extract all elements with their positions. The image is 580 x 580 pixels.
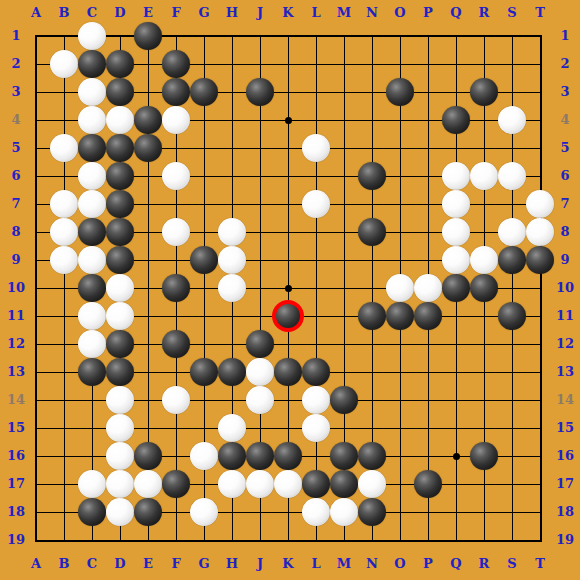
stone-black-D6[interactable] — [106, 162, 134, 190]
row-label-right-15: 15 — [551, 421, 579, 435]
stone-black-P17[interactable] — [414, 470, 442, 498]
stone-white-L5[interactable] — [302, 134, 330, 162]
grid-hline — [36, 540, 541, 542]
stone-black-F2[interactable] — [162, 50, 190, 78]
stone-black-C2[interactable] — [78, 50, 106, 78]
stone-black-F3[interactable] — [162, 78, 190, 106]
stone-black-E16[interactable] — [134, 442, 162, 470]
row-label-right-7: 7 — [551, 197, 579, 211]
stone-white-S4[interactable] — [498, 106, 526, 134]
stone-black-F17[interactable] — [162, 470, 190, 498]
stone-white-L7[interactable] — [302, 190, 330, 218]
stone-white-D4[interactable] — [106, 106, 134, 134]
stone-white-C4[interactable] — [78, 106, 106, 134]
stone-white-P10[interactable] — [414, 274, 442, 302]
stone-black-C18[interactable] — [78, 498, 106, 526]
stone-black-H16[interactable] — [218, 442, 246, 470]
row-label-left-11: 11 — [2, 309, 30, 323]
stone-black-Q4[interactable] — [442, 106, 470, 134]
column-label-top-R: R — [473, 6, 495, 20]
stone-black-D9[interactable] — [106, 246, 134, 274]
column-label-top-Q: Q — [445, 6, 467, 20]
grid-vline — [316, 35, 317, 542]
column-label-top-G: G — [193, 6, 215, 20]
column-label-top-P: P — [417, 6, 439, 20]
column-label-bottom-C: C — [81, 557, 103, 571]
stone-black-K13[interactable] — [274, 358, 302, 386]
stone-white-D14[interactable] — [106, 386, 134, 414]
row-label-left-6: 6 — [2, 169, 30, 183]
stone-black-T9[interactable] — [526, 246, 554, 274]
stone-black-E18[interactable] — [134, 498, 162, 526]
row-label-right-11: 11 — [551, 309, 579, 323]
row-label-right-4: 4 — [551, 113, 579, 127]
stone-white-O10[interactable] — [386, 274, 414, 302]
row-label-right-8: 8 — [551, 225, 579, 239]
column-label-bottom-B: B — [53, 557, 75, 571]
last-move-marker — [272, 300, 304, 332]
stone-white-C17[interactable] — [78, 470, 106, 498]
stone-white-F14[interactable] — [162, 386, 190, 414]
row-label-left-19: 19 — [2, 533, 30, 547]
stone-black-C5[interactable] — [78, 134, 106, 162]
row-label-left-2: 2 — [2, 57, 30, 71]
column-label-top-O: O — [389, 6, 411, 20]
row-label-left-15: 15 — [2, 421, 30, 435]
stone-black-F12[interactable] — [162, 330, 190, 358]
row-label-left-17: 17 — [2, 477, 30, 491]
column-label-top-E: E — [137, 6, 159, 20]
stone-white-L14[interactable] — [302, 386, 330, 414]
row-label-right-10: 10 — [551, 281, 579, 295]
column-label-bottom-P: P — [417, 557, 439, 571]
stone-black-N8[interactable] — [358, 218, 386, 246]
stone-black-O11[interactable] — [386, 302, 414, 330]
row-label-left-8: 8 — [2, 225, 30, 239]
stone-white-C6[interactable] — [78, 162, 106, 190]
stone-black-D13[interactable] — [106, 358, 134, 386]
row-label-right-14: 14 — [551, 393, 579, 407]
row-label-left-16: 16 — [2, 449, 30, 463]
column-label-bottom-R: R — [473, 557, 495, 571]
stone-white-N17[interactable] — [358, 470, 386, 498]
stone-white-D15[interactable] — [106, 414, 134, 442]
stone-white-M18[interactable] — [330, 498, 358, 526]
stone-white-B9[interactable] — [50, 246, 78, 274]
stone-black-N6[interactable] — [358, 162, 386, 190]
stone-white-R6[interactable] — [470, 162, 498, 190]
stone-white-K17[interactable] — [274, 470, 302, 498]
go-board[interactable]: AABBCCDDEEFFGGHHJJKKLLMMNNOOPPQQRRSSTT11… — [0, 0, 580, 580]
stone-white-C3[interactable] — [78, 78, 106, 106]
row-label-left-5: 5 — [2, 141, 30, 155]
row-label-right-1: 1 — [551, 29, 579, 43]
row-label-right-16: 16 — [551, 449, 579, 463]
column-label-top-J: J — [249, 6, 271, 20]
column-label-bottom-E: E — [137, 557, 159, 571]
stone-white-R9[interactable] — [470, 246, 498, 274]
stone-black-G3[interactable] — [190, 78, 218, 106]
stone-white-H10[interactable] — [218, 274, 246, 302]
column-label-top-D: D — [109, 6, 131, 20]
stone-white-C12[interactable] — [78, 330, 106, 358]
column-label-bottom-K: K — [277, 557, 299, 571]
column-label-bottom-Q: Q — [445, 557, 467, 571]
stone-white-S6[interactable] — [498, 162, 526, 190]
stone-black-E1[interactable] — [134, 22, 162, 50]
stone-white-F6[interactable] — [162, 162, 190, 190]
stone-white-D10[interactable] — [106, 274, 134, 302]
stone-white-B2[interactable] — [50, 50, 78, 78]
star-point-K4 — [285, 117, 292, 124]
row-label-right-12: 12 — [551, 337, 579, 351]
stone-white-Q9[interactable] — [442, 246, 470, 274]
stone-black-R3[interactable] — [470, 78, 498, 106]
row-label-left-7: 7 — [2, 197, 30, 211]
stone-black-E5[interactable] — [134, 134, 162, 162]
stone-white-S8[interactable] — [498, 218, 526, 246]
row-label-left-10: 10 — [2, 281, 30, 295]
stone-white-Q6[interactable] — [442, 162, 470, 190]
column-label-bottom-H: H — [221, 557, 243, 571]
stone-black-D2[interactable] — [106, 50, 134, 78]
column-label-top-F: F — [165, 6, 187, 20]
stone-white-G16[interactable] — [190, 442, 218, 470]
stone-white-B7[interactable] — [50, 190, 78, 218]
stone-black-N11[interactable] — [358, 302, 386, 330]
stone-white-H17[interactable] — [218, 470, 246, 498]
stone-black-C13[interactable] — [78, 358, 106, 386]
column-label-bottom-A: A — [25, 557, 47, 571]
stone-black-M17[interactable] — [330, 470, 358, 498]
stone-white-T8[interactable] — [526, 218, 554, 246]
stone-black-D8[interactable] — [106, 218, 134, 246]
stone-white-D11[interactable] — [106, 302, 134, 330]
column-label-top-S: S — [501, 6, 523, 20]
stone-black-E4[interactable] — [134, 106, 162, 134]
column-label-bottom-M: M — [333, 557, 355, 571]
column-label-top-A: A — [25, 6, 47, 20]
column-label-top-B: B — [53, 6, 75, 20]
stone-white-T7[interactable] — [526, 190, 554, 218]
stone-black-H13[interactable] — [218, 358, 246, 386]
stone-white-C1[interactable] — [78, 22, 106, 50]
stone-white-L18[interactable] — [302, 498, 330, 526]
stone-black-D3[interactable] — [106, 78, 134, 106]
stone-black-S11[interactable] — [498, 302, 526, 330]
stone-black-J12[interactable] — [246, 330, 274, 358]
star-point-K10 — [285, 285, 292, 292]
stone-black-J3[interactable] — [246, 78, 274, 106]
stone-white-H9[interactable] — [218, 246, 246, 274]
column-label-bottom-G: G — [193, 557, 215, 571]
stone-black-D12[interactable] — [106, 330, 134, 358]
row-label-right-18: 18 — [551, 505, 579, 519]
stone-black-L13[interactable] — [302, 358, 330, 386]
column-label-bottom-D: D — [109, 557, 131, 571]
row-label-left-4: 4 — [2, 113, 30, 127]
stone-black-F10[interactable] — [162, 274, 190, 302]
stone-white-D16[interactable] — [106, 442, 134, 470]
row-label-left-18: 18 — [2, 505, 30, 519]
stone-white-D18[interactable] — [106, 498, 134, 526]
row-label-right-17: 17 — [551, 477, 579, 491]
stone-black-M14[interactable] — [330, 386, 358, 414]
stone-black-C10[interactable] — [78, 274, 106, 302]
column-label-top-N: N — [361, 6, 383, 20]
row-label-right-19: 19 — [551, 533, 579, 547]
row-label-left-14: 14 — [2, 393, 30, 407]
row-label-right-9: 9 — [551, 253, 579, 267]
column-label-bottom-F: F — [165, 557, 187, 571]
star-point-Q16 — [453, 453, 460, 460]
column-label-top-H: H — [221, 6, 243, 20]
stone-white-F4[interactable] — [162, 106, 190, 134]
stone-white-B8[interactable] — [50, 218, 78, 246]
column-label-bottom-J: J — [249, 557, 271, 571]
stone-black-J16[interactable] — [246, 442, 274, 470]
column-label-top-K: K — [277, 6, 299, 20]
column-label-bottom-O: O — [389, 557, 411, 571]
column-label-top-T: T — [529, 6, 551, 20]
stone-black-O3[interactable] — [386, 78, 414, 106]
row-label-left-13: 13 — [2, 365, 30, 379]
stone-white-H8[interactable] — [218, 218, 246, 246]
stone-black-Q10[interactable] — [442, 274, 470, 302]
column-label-top-C: C — [81, 6, 103, 20]
row-label-right-5: 5 — [551, 141, 579, 155]
stone-white-C11[interactable] — [78, 302, 106, 330]
column-label-top-M: M — [333, 6, 355, 20]
stone-white-C7[interactable] — [78, 190, 106, 218]
stone-black-G9[interactable] — [190, 246, 218, 274]
stone-white-E17[interactable] — [134, 470, 162, 498]
row-label-right-13: 13 — [551, 365, 579, 379]
stone-white-G18[interactable] — [190, 498, 218, 526]
stone-black-R16[interactable] — [470, 442, 498, 470]
stone-white-F8[interactable] — [162, 218, 190, 246]
stone-white-H15[interactable] — [218, 414, 246, 442]
stone-black-L17[interactable] — [302, 470, 330, 498]
column-label-top-L: L — [305, 6, 327, 20]
row-label-left-9: 9 — [2, 253, 30, 267]
stone-black-K16[interactable] — [274, 442, 302, 470]
stone-black-R10[interactable] — [470, 274, 498, 302]
stone-white-J13[interactable] — [246, 358, 274, 386]
column-label-bottom-L: L — [305, 557, 327, 571]
stone-white-L15[interactable] — [302, 414, 330, 442]
stone-black-M16[interactable] — [330, 442, 358, 470]
stone-white-B5[interactable] — [50, 134, 78, 162]
column-label-bottom-S: S — [501, 557, 523, 571]
stone-black-P11[interactable] — [414, 302, 442, 330]
stone-white-Q8[interactable] — [442, 218, 470, 246]
column-label-bottom-N: N — [361, 557, 383, 571]
stone-black-N16[interactable] — [358, 442, 386, 470]
stone-black-D7[interactable] — [106, 190, 134, 218]
row-label-left-3: 3 — [2, 85, 30, 99]
stone-black-S9[interactable] — [498, 246, 526, 274]
row-label-left-12: 12 — [2, 337, 30, 351]
row-label-right-6: 6 — [551, 169, 579, 183]
stone-white-J14[interactable] — [246, 386, 274, 414]
stone-white-Q7[interactable] — [442, 190, 470, 218]
stone-white-J17[interactable] — [246, 470, 274, 498]
stone-black-D5[interactable] — [106, 134, 134, 162]
row-label-left-1: 1 — [2, 29, 30, 43]
column-label-bottom-T: T — [529, 557, 551, 571]
stone-black-N18[interactable] — [358, 498, 386, 526]
stone-white-D17[interactable] — [106, 470, 134, 498]
stone-white-C9[interactable] — [78, 246, 106, 274]
row-label-right-2: 2 — [551, 57, 579, 71]
row-label-right-3: 3 — [551, 85, 579, 99]
grid-vline — [540, 35, 542, 542]
stone-black-G13[interactable] — [190, 358, 218, 386]
stone-black-C8[interactable] — [78, 218, 106, 246]
